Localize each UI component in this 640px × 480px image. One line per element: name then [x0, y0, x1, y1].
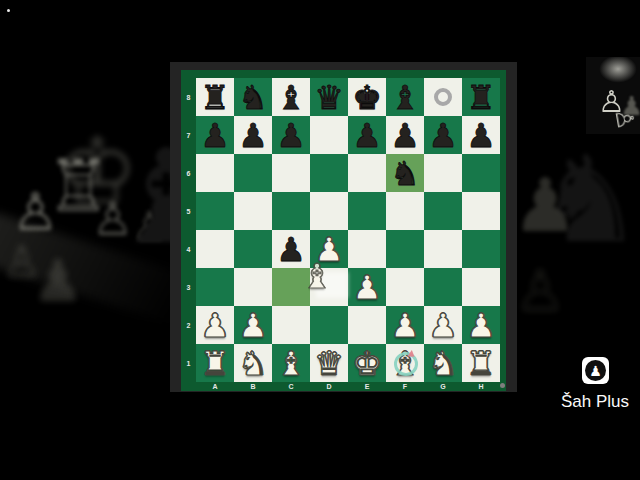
black-bishop-f8[interactable]: ♝ — [386, 78, 424, 116]
square-f5[interactable] — [386, 192, 424, 230]
file-label-f: F — [386, 382, 424, 391]
black-pawn-e7[interactable]: ♟ — [348, 116, 386, 154]
square-g6[interactable] — [424, 154, 462, 192]
white-queen-d1[interactable]: ♛ — [310, 344, 348, 382]
rank-label-4: 4 — [182, 230, 195, 268]
white-pawn-b2[interactable]: ♟ — [234, 306, 272, 344]
square-e8[interactable]: ♚ — [348, 78, 386, 116]
square-a4[interactable] — [196, 230, 234, 268]
square-g3[interactable] — [424, 268, 462, 306]
file-labels: ABCDEFGH — [196, 382, 500, 391]
black-bishop-c8[interactable]: ♝ — [272, 78, 310, 116]
square-c1[interactable]: ♝ — [272, 344, 310, 382]
black-pawn-h7[interactable]: ♟ — [462, 116, 500, 154]
square-f6[interactable]: ♞ — [386, 154, 424, 192]
square-d5[interactable] — [310, 192, 348, 230]
white-rook-h1[interactable]: ♜ — [462, 344, 500, 382]
square-h6[interactable] — [462, 154, 500, 192]
black-rook-h8[interactable]: ♜ — [462, 78, 500, 116]
bg-pawn-icon: ♟ — [512, 168, 578, 242]
square-e7[interactable]: ♟ — [348, 116, 386, 154]
square-d7[interactable] — [310, 116, 348, 154]
move-origin-ring-icon — [434, 88, 452, 106]
square-a3[interactable] — [196, 268, 234, 306]
square-h7[interactable]: ♟ — [462, 116, 500, 154]
rank-label-2: 2 — [182, 306, 195, 344]
rank-label-6: 6 — [182, 154, 195, 192]
file-label-e: E — [348, 382, 386, 391]
file-label-a: A — [196, 382, 234, 391]
square-a2[interactable]: ♟ — [196, 306, 234, 344]
square-b2[interactable]: ♟ — [234, 306, 272, 344]
black-pawn-b7[interactable]: ♟ — [234, 116, 272, 154]
square-a8[interactable]: ♜ — [196, 78, 234, 116]
bg-board-edge — [0, 212, 188, 325]
square-a1[interactable]: ♜ — [196, 344, 234, 382]
bg-king-silhouette-icon: ♔ — [56, 126, 138, 218]
black-pawn-a7[interactable]: ♟ — [196, 116, 234, 154]
bg-photo-top-right: ♙ ♟ ♙ — [586, 57, 640, 134]
rank-label-3: 3 — [182, 268, 195, 306]
black-rook-a8[interactable]: ♜ — [196, 78, 234, 116]
square-g5[interactable] — [424, 192, 462, 230]
square-f3[interactable] — [386, 268, 424, 306]
pawn-in-circle-icon: ♟ — [585, 360, 606, 381]
file-label-d: D — [310, 382, 348, 391]
square-e1[interactable]: ♚ — [348, 344, 386, 382]
white-pawn-e3[interactable]: ♟ — [348, 268, 386, 306]
square-h5[interactable] — [462, 192, 500, 230]
white-knight-b1[interactable]: ♞ — [234, 344, 272, 382]
square-e4[interactable] — [348, 230, 386, 268]
bg-knight-silhouette-icon: ♞ — [536, 140, 640, 260]
square-h2[interactable]: ♟ — [462, 306, 500, 344]
square-d6[interactable] — [310, 154, 348, 192]
moving-white-bishop[interactable]: ♝ — [298, 256, 336, 296]
white-rook-a1[interactable]: ♜ — [196, 344, 234, 382]
square-b6[interactable] — [234, 154, 272, 192]
rank-labels: 87654321 — [182, 78, 195, 382]
video-frame: ♔ ♖ ♙ ♙ ♙ ♝ ♙ ♟ ♙ ♟ ♙ ♞ ♟ ♙ 87654321 ABC… — [0, 0, 640, 480]
square-b3[interactable] — [234, 268, 272, 306]
square-c8[interactable]: ♝ — [272, 78, 310, 116]
black-knight-f6[interactable]: ♞ — [386, 154, 424, 192]
square-a7[interactable]: ♟ — [196, 116, 234, 154]
square-g1[interactable]: ♞ — [424, 344, 462, 382]
logo-pawn-glyph: ♟ — [589, 364, 602, 378]
square-c5[interactable] — [272, 192, 310, 230]
chess-board: 87654321 ABCDEFGH ♜♞♝♛♚♝♜♟♟♟♟♟♟♟♞♟♟♟♟♟♟♟… — [170, 62, 517, 392]
square-b7[interactable]: ♟ — [234, 116, 272, 154]
rank-label-7: 7 — [182, 116, 195, 154]
square-b5[interactable] — [234, 192, 272, 230]
square-f4[interactable] — [386, 230, 424, 268]
square-c2[interactable] — [272, 306, 310, 344]
square-g8[interactable] — [424, 78, 462, 116]
rank-label-8: 8 — [182, 78, 195, 116]
square-e2[interactable] — [348, 306, 386, 344]
black-pawn-c7[interactable]: ♟ — [272, 116, 310, 154]
black-king-e8[interactable]: ♚ — [348, 78, 386, 116]
white-bishop-glyph: ♝ — [302, 259, 332, 293]
white-pawn-f2[interactable]: ♟ — [386, 306, 424, 344]
white-knight-g1[interactable]: ♞ — [424, 344, 462, 382]
black-queen-d8[interactable]: ♛ — [310, 78, 348, 116]
square-h4[interactable] — [462, 230, 500, 268]
file-label-c: C — [272, 382, 310, 391]
white-bishop-c1[interactable]: ♝ — [272, 344, 310, 382]
bg-pawn-icon: ♙ — [514, 262, 566, 320]
rank-label-1: 1 — [182, 344, 195, 382]
square-h8[interactable]: ♜ — [462, 78, 500, 116]
board-corner-dot-icon — [500, 383, 505, 388]
square-c7[interactable]: ♟ — [272, 116, 310, 154]
square-f1[interactable]: ♝ — [386, 344, 424, 382]
file-label-g: G — [424, 382, 462, 391]
square-f2[interactable]: ♟ — [386, 306, 424, 344]
rank-label-5: 5 — [182, 192, 195, 230]
square-d2[interactable] — [310, 306, 348, 344]
white-king-e1[interactable]: ♚ — [348, 344, 386, 382]
square-f8[interactable]: ♝ — [386, 78, 424, 116]
bg-pawn-icon: ♙ — [92, 196, 133, 242]
white-pawn-h2[interactable]: ♟ — [462, 306, 500, 344]
square-g2[interactable]: ♟ — [424, 306, 462, 344]
square-c6[interactable] — [272, 154, 310, 192]
black-pawn-g7[interactable]: ♟ — [424, 116, 462, 154]
bg-hand — [586, 57, 640, 134]
square-h3[interactable] — [462, 268, 500, 306]
square-b4[interactable] — [234, 230, 272, 268]
square-h1[interactable]: ♜ — [462, 344, 500, 382]
bg-pawn-icon: ♙ — [132, 206, 168, 246]
square-a5[interactable] — [196, 192, 234, 230]
square-e5[interactable] — [348, 192, 386, 230]
square-g4[interactable] — [424, 230, 462, 268]
white-pawn-g2[interactable]: ♟ — [424, 306, 462, 344]
square-d1[interactable]: ♛ — [310, 344, 348, 382]
watermark-text: Šah Plus — [545, 392, 640, 412]
square-d8[interactable]: ♛ — [310, 78, 348, 116]
white-speck — [7, 9, 10, 12]
file-label-b: B — [234, 382, 272, 391]
square-b8[interactable]: ♞ — [234, 78, 272, 116]
white-pawn-a2[interactable]: ♟ — [196, 306, 234, 344]
square-f7[interactable]: ♟ — [386, 116, 424, 154]
black-knight-b8[interactable]: ♞ — [234, 78, 272, 116]
square-e3[interactable]: ♟ — [348, 268, 386, 306]
bg-rook-icon: ♖ — [46, 150, 111, 222]
square-a6[interactable] — [196, 154, 234, 192]
square-g7[interactable]: ♟ — [424, 116, 462, 154]
board-grid: ♜♞♝♛♚♝♜♟♟♟♟♟♟♟♞♟♟♟♟♟♟♟♟♜♞♝♛♚♝♞♜ — [196, 78, 500, 382]
file-label-h: H — [462, 382, 500, 391]
square-b1[interactable]: ♞ — [234, 344, 272, 382]
square-e6[interactable] — [348, 154, 386, 192]
sah-plus-logo: ♟ — [582, 357, 609, 384]
black-pawn-f7[interactable]: ♟ — [386, 116, 424, 154]
